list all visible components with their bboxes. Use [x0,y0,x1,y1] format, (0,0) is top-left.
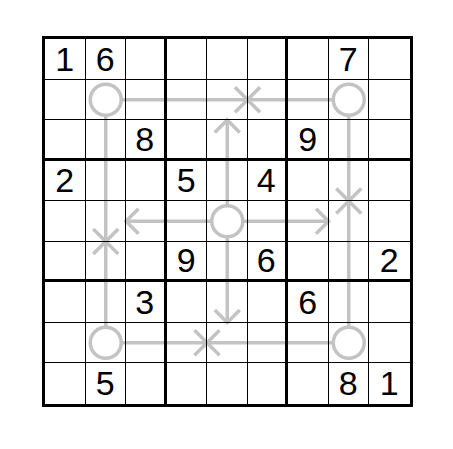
cell-r6c7[interactable] [288,242,329,283]
cell-r5c7[interactable] [288,201,329,242]
cell-r1c4[interactable] [167,39,208,80]
cell-r6c2[interactable] [86,242,127,283]
cell-r3c1[interactable] [45,120,86,161]
cell-r7c3[interactable]: 3 [126,282,167,323]
sudoku-board: 1678925496236581 [42,36,413,407]
cell-r4c2[interactable] [86,161,127,202]
cell-r6c4[interactable]: 9 [167,242,208,283]
cell-r6c1[interactable] [45,242,86,283]
cell-r9c4[interactable] [167,363,208,404]
cell-r5c1[interactable] [45,201,86,242]
cell-r7c8[interactable] [329,282,370,323]
cell-r9c3[interactable] [126,363,167,404]
cell-r7c7[interactable]: 6 [288,282,329,323]
cell-r3c3[interactable]: 8 [126,120,167,161]
cell-r1c6[interactable] [248,39,289,80]
cell-r3c9[interactable] [369,120,410,161]
cell-r8c8[interactable] [329,323,370,364]
cell-r2c4[interactable] [167,80,208,121]
cell-r4c7[interactable] [288,161,329,202]
cell-r6c9[interactable]: 2 [369,242,410,283]
cell-r9c7[interactable] [288,363,329,404]
cell-r8c5[interactable] [207,323,248,364]
cell-r6c5[interactable] [207,242,248,283]
cell-r4c3[interactable] [126,161,167,202]
cell-r3c2[interactable] [86,120,127,161]
cell-r4c5[interactable] [207,161,248,202]
cell-r1c9[interactable] [369,39,410,80]
cell-r4c8[interactable] [329,161,370,202]
cell-r8c9[interactable] [369,323,410,364]
cell-r8c3[interactable] [126,323,167,364]
cell-r9c1[interactable] [45,363,86,404]
cell-r6c6[interactable]: 6 [248,242,289,283]
cell-r5c9[interactable] [369,201,410,242]
cell-r3c6[interactable] [248,120,289,161]
cell-r5c3[interactable] [126,201,167,242]
cell-r4c6[interactable]: 4 [248,161,289,202]
cell-r8c4[interactable] [167,323,208,364]
cell-r5c4[interactable] [167,201,208,242]
cell-r2c7[interactable] [288,80,329,121]
cell-r2c6[interactable] [248,80,289,121]
cell-r8c7[interactable] [288,323,329,364]
cell-r7c9[interactable] [369,282,410,323]
cell-r2c1[interactable] [45,80,86,121]
cell-r3c4[interactable] [167,120,208,161]
cell-r5c5[interactable] [207,201,248,242]
cell-r5c2[interactable] [86,201,127,242]
cell-r1c1[interactable]: 1 [45,39,86,80]
cell-r5c8[interactable] [329,201,370,242]
cell-r8c6[interactable] [248,323,289,364]
cell-r7c1[interactable] [45,282,86,323]
cell-r1c3[interactable] [126,39,167,80]
cell-r3c5[interactable] [207,120,248,161]
cell-r4c1[interactable]: 2 [45,161,86,202]
cell-r6c3[interactable] [126,242,167,283]
cell-r2c2[interactable] [86,80,127,121]
cell-r9c2[interactable]: 5 [86,363,127,404]
cell-r1c7[interactable] [288,39,329,80]
cell-r7c5[interactable] [207,282,248,323]
cell-r6c8[interactable] [329,242,370,283]
cell-r1c2[interactable]: 6 [86,39,127,80]
cell-r9c5[interactable] [207,363,248,404]
cell-r1c8[interactable]: 7 [329,39,370,80]
cell-r9c6[interactable] [248,363,289,404]
cell-r2c8[interactable] [329,80,370,121]
cell-r1c5[interactable] [207,39,248,80]
cell-r5c6[interactable] [248,201,289,242]
cell-r4c9[interactable] [369,161,410,202]
cell-r2c9[interactable] [369,80,410,121]
cell-r2c5[interactable] [207,80,248,121]
cell-r9c8[interactable]: 8 [329,363,370,404]
cell-r7c6[interactable] [248,282,289,323]
cell-r4c4[interactable]: 5 [167,161,208,202]
cell-r7c4[interactable] [167,282,208,323]
cell-r8c2[interactable] [86,323,127,364]
cell-r9c9[interactable]: 1 [369,363,410,404]
cell-r3c8[interactable] [329,120,370,161]
sudoku-puzzle-image: 1678925496236581 [0,0,453,449]
cell-r7c2[interactable] [86,282,127,323]
cell-r8c1[interactable] [45,323,86,364]
cell-r2c3[interactable] [126,80,167,121]
cell-r3c7[interactable]: 9 [288,120,329,161]
